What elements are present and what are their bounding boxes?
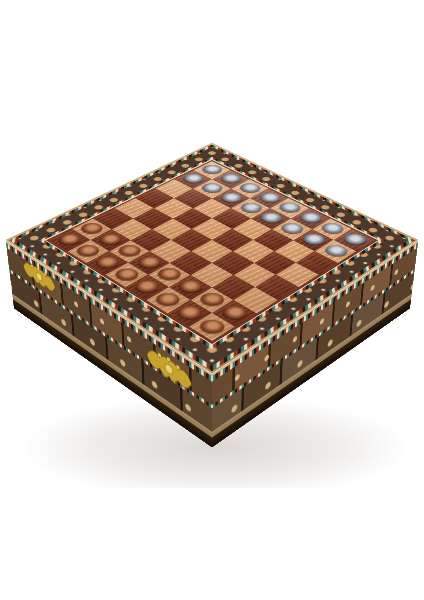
box-top: ♜♞♝♛♚♝♞♜♟♟♟♟♟♟♟♟♟♟♟♟♟♟♟♟♜♞♝♛♚♝♞♜ <box>6 143 419 374</box>
copper-rook-glyph: ♜ <box>192 290 230 331</box>
silver-pawn-glyph: ♟ <box>323 224 351 255</box>
product-photo: ♜♞♝♛♚♝♞♜♟♟♟♟♟♟♟♟♟♟♟♟♟♟♟♟♜♞♝♛♚♝♞♜ <box>0 0 424 600</box>
